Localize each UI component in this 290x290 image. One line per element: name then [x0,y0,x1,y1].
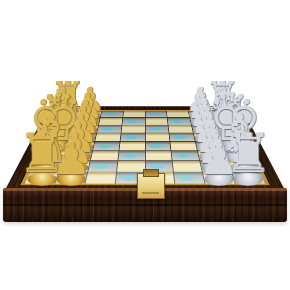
latch-clasp[interactable] [143,169,159,177]
piece-black-rook-h8[interactable]: ♜ [224,128,272,182]
brass-latch[interactable] [137,173,165,199]
latch-engraving [142,192,159,194]
square-b4[interactable] [122,118,145,125]
square-e4[interactable] [119,141,144,150]
square-f5[interactable] [145,151,172,161]
square-b5[interactable] [145,118,168,125]
piece-white-pawn-h2[interactable]: ♟ [51,137,91,181]
square-d5[interactable] [145,133,169,141]
square-c4[interactable] [121,125,144,133]
square-a4[interactable] [123,111,145,118]
square-g4[interactable] [117,161,145,172]
square-f4[interactable] [118,151,145,161]
wooden-case-front [3,188,287,222]
square-c5[interactable] [145,125,168,133]
case-lid-seam [3,204,287,206]
chess-set-photo: ♜♟♟♜♞♟♟♞♝♟♟♝♛♟♟♛♚♟♟♚♝♟♟♝♞♟♟♞♜♟♟♜ [0,0,290,290]
square-e5[interactable] [145,141,170,150]
square-d4[interactable] [120,133,144,141]
square-a5[interactable] [145,111,167,118]
